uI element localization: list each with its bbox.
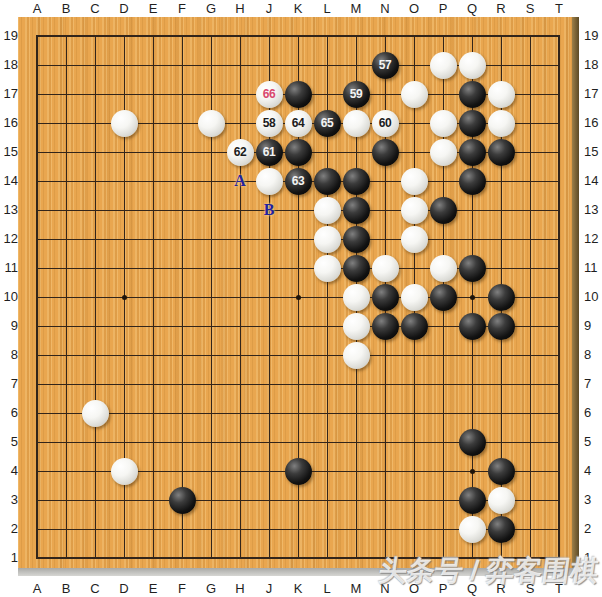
grid-hline — [36, 384, 560, 385]
stone-black — [285, 458, 312, 485]
stone-black: 57 — [372, 52, 399, 79]
row-label-left: 16 — [1, 115, 18, 131]
stone-white — [430, 255, 457, 282]
column-label-bottom: L — [313, 581, 342, 596]
row-label-left: 13 — [1, 202, 18, 218]
stone-white — [430, 52, 457, 79]
row-label-left: 7 — [1, 376, 18, 392]
row-label-right: 14 — [584, 173, 601, 189]
column-label-top: G — [197, 1, 226, 16]
stone-white: 64 — [285, 110, 312, 137]
stone-white — [372, 255, 399, 282]
row-label-right: 8 — [584, 347, 601, 363]
column-label-bottom: J — [255, 581, 284, 596]
column-label-bottom: B — [52, 581, 81, 596]
stone-white — [488, 487, 515, 514]
stone-white — [111, 458, 138, 485]
column-label-bottom: M — [342, 581, 371, 596]
stone-white: 60 — [372, 110, 399, 137]
stone-white — [343, 313, 370, 340]
stone-black — [372, 313, 399, 340]
row-label-left: 15 — [1, 144, 18, 160]
stone-black — [459, 168, 486, 195]
stone-white — [401, 168, 428, 195]
board-edge-right — [572, 17, 579, 575]
column-label-top: A — [23, 1, 52, 16]
stone-black — [285, 81, 312, 108]
stone-black — [343, 255, 370, 282]
row-label-right: 11 — [584, 260, 601, 276]
move-number: 62 — [234, 146, 246, 158]
stone-black — [372, 284, 399, 311]
row-label-right: 7 — [584, 376, 601, 392]
row-label-left: 2 — [1, 521, 18, 537]
stone-white — [256, 168, 283, 195]
row-label-right: 18 — [584, 57, 601, 73]
stone-white: 62 — [227, 139, 254, 166]
stone-white — [401, 284, 428, 311]
stone-white — [459, 516, 486, 543]
row-label-right: 10 — [584, 289, 601, 305]
stone-white — [488, 81, 515, 108]
stone-black — [488, 284, 515, 311]
move-number: 57 — [379, 59, 391, 71]
stone-white — [401, 197, 428, 224]
column-label-bottom: E — [139, 581, 168, 596]
column-label-top: O — [400, 1, 429, 16]
stone-black — [343, 226, 370, 253]
grid-hline — [36, 355, 560, 356]
stone-black — [343, 197, 370, 224]
stone-black — [285, 139, 312, 166]
stone-white — [314, 226, 341, 253]
row-label-left: 3 — [1, 492, 18, 508]
column-label-top: M — [342, 1, 371, 16]
row-label-left: 8 — [1, 347, 18, 363]
row-label-right: 4 — [584, 463, 601, 479]
stone-black — [459, 81, 486, 108]
column-label-top: H — [226, 1, 255, 16]
column-label-bottom: D — [110, 581, 139, 596]
stone-black — [459, 487, 486, 514]
stone-white — [343, 342, 370, 369]
stone-black: 63 — [285, 168, 312, 195]
stone-black — [430, 284, 457, 311]
column-label-bottom: K — [284, 581, 313, 596]
star-point — [122, 295, 127, 300]
row-label-right: 2 — [584, 521, 601, 537]
row-label-right: 9 — [584, 318, 601, 334]
point-label-A: A — [227, 168, 254, 195]
column-label-top: R — [487, 1, 516, 16]
stone-black: 65 — [314, 110, 341, 137]
stone-black — [401, 313, 428, 340]
column-label-top: B — [52, 1, 81, 16]
move-number: 63 — [292, 175, 304, 187]
go-diagram-page: AABBCCDDEEFFGGHHJJKKLLMMNNOOPPQQRRSSTT19… — [0, 0, 602, 597]
stone-black — [488, 516, 515, 543]
column-label-bottom: G — [197, 581, 226, 596]
stone-white — [459, 52, 486, 79]
move-number: 65 — [321, 117, 333, 129]
stone-black — [459, 255, 486, 282]
stone-white — [314, 197, 341, 224]
row-label-left: 5 — [1, 434, 18, 450]
grid-vline — [558, 35, 560, 559]
stone-black — [488, 139, 515, 166]
grid-hline — [36, 413, 560, 414]
move-number: 66 — [263, 88, 275, 100]
column-label-top: S — [516, 1, 545, 16]
stone-white — [430, 110, 457, 137]
grid-vline — [530, 35, 531, 559]
row-label-left: 12 — [1, 231, 18, 247]
star-point — [470, 469, 475, 474]
stone-white — [401, 81, 428, 108]
stone-white — [488, 110, 515, 137]
row-label-right: 15 — [584, 144, 601, 160]
row-label-right: 6 — [584, 405, 601, 421]
stone-black — [459, 139, 486, 166]
row-label-left: 1 — [1, 550, 18, 566]
column-label-top: E — [139, 1, 168, 16]
stone-white — [401, 226, 428, 253]
row-label-right: 17 — [584, 86, 601, 102]
column-label-top: N — [371, 1, 400, 16]
row-label-left: 11 — [1, 260, 18, 276]
stone-black: 61 — [256, 139, 283, 166]
column-label-bottom: C — [81, 581, 110, 596]
stone-black: 59 — [343, 81, 370, 108]
stone-black — [314, 168, 341, 195]
stone-black — [459, 429, 486, 456]
column-label-top: L — [313, 1, 342, 16]
column-label-top: F — [168, 1, 197, 16]
move-number: 58 — [263, 117, 275, 129]
point-label-B: B — [256, 197, 283, 224]
row-label-left: 9 — [1, 318, 18, 334]
star-point — [470, 295, 475, 300]
row-label-left: 17 — [1, 86, 18, 102]
row-label-right: 19 — [584, 28, 601, 44]
stone-black — [372, 139, 399, 166]
row-label-right: 12 — [584, 231, 601, 247]
stone-white — [314, 255, 341, 282]
column-label-bottom: H — [226, 581, 255, 596]
row-label-left: 19 — [1, 28, 18, 44]
column-label-bottom: A — [23, 581, 52, 596]
move-number: 61 — [263, 146, 275, 158]
row-label-left: 4 — [1, 463, 18, 479]
row-label-left: 10 — [1, 289, 18, 305]
column-label-top: T — [545, 1, 574, 16]
column-label-top: Q — [458, 1, 487, 16]
stone-white: 66 — [256, 81, 283, 108]
stone-black — [459, 110, 486, 137]
watermark: 头条号 / 弈客围棋 — [376, 552, 601, 590]
move-number: 59 — [350, 88, 362, 100]
stone-white — [111, 110, 138, 137]
stone-black — [488, 458, 515, 485]
stone-white: 58 — [256, 110, 283, 137]
row-label-right: 16 — [584, 115, 601, 131]
stone-white — [343, 110, 370, 137]
star-point — [296, 295, 301, 300]
column-label-bottom: F — [168, 581, 197, 596]
column-label-top: D — [110, 1, 139, 16]
column-label-top: P — [429, 1, 458, 16]
stone-white — [82, 400, 109, 427]
column-label-top: K — [284, 1, 313, 16]
stone-black — [343, 168, 370, 195]
stone-black — [459, 313, 486, 340]
row-label-left: 6 — [1, 405, 18, 421]
move-number: 64 — [292, 117, 304, 129]
stone-white — [430, 139, 457, 166]
row-label-left: 14 — [1, 173, 18, 189]
row-label-right: 5 — [584, 434, 601, 450]
column-label-top: C — [81, 1, 110, 16]
move-number: 60 — [379, 117, 391, 129]
row-label-right: 13 — [584, 202, 601, 218]
column-label-top: J — [255, 1, 284, 16]
row-label-right: 3 — [584, 492, 601, 508]
stone-white — [198, 110, 225, 137]
stone-black — [430, 197, 457, 224]
row-label-left: 18 — [1, 57, 18, 73]
stone-black — [169, 487, 196, 514]
stone-white — [343, 284, 370, 311]
stone-black — [488, 313, 515, 340]
